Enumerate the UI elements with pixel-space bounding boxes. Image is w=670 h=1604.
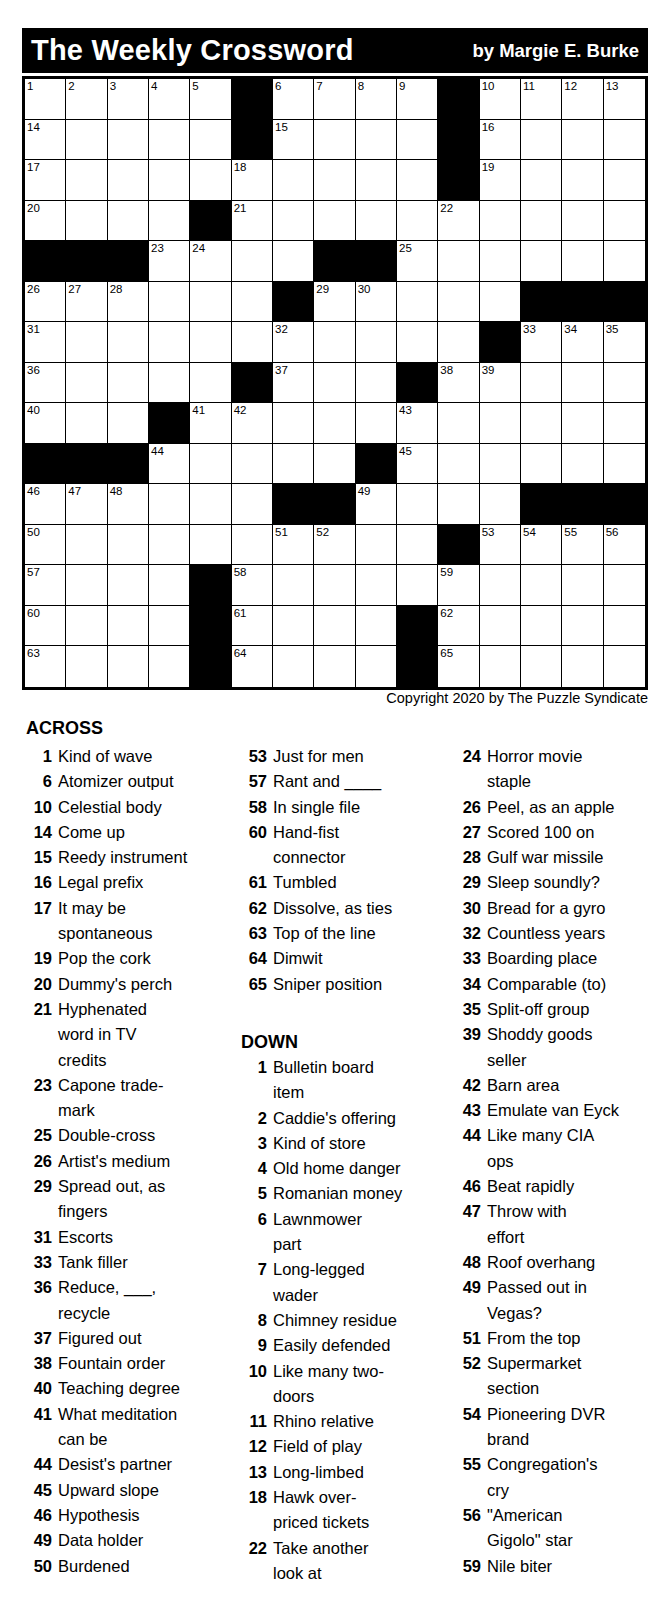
white-cell[interactable] (273, 565, 314, 606)
white-cell[interactable]: 44 (149, 444, 190, 485)
cell-number: 48 (110, 484, 123, 498)
white-cell[interactable] (149, 646, 190, 687)
white-cell[interactable] (108, 322, 149, 363)
clue-text: Bread for a gyro (487, 896, 605, 921)
white-cell[interactable] (66, 606, 107, 647)
clue-item: 8Chimney residue (241, 1308, 449, 1333)
white-cell[interactable] (397, 120, 438, 161)
white-cell[interactable]: 54 (521, 525, 562, 566)
clue-number: 13 (241, 1460, 267, 1485)
clue-item: 45Upward slope (26, 1478, 238, 1503)
white-cell[interactable] (108, 606, 149, 647)
clue-number: 42 (455, 1073, 481, 1098)
clue-item: 6Atomizer output (26, 769, 238, 794)
white-cell[interactable] (108, 120, 149, 161)
white-cell[interactable]: 5 (190, 79, 231, 120)
clue-text: Reduce, ___, recycle (58, 1275, 156, 1326)
white-cell[interactable] (108, 565, 149, 606)
clue-text: From the top (487, 1326, 581, 1351)
black-cell (397, 606, 438, 647)
cell-number: 50 (27, 525, 40, 539)
black-cell (562, 282, 603, 323)
white-cell[interactable] (521, 363, 562, 404)
black-cell (108, 241, 149, 282)
clue-item: 26Peel, as an apple (455, 795, 669, 820)
clue-number: 63 (241, 921, 267, 946)
white-cell[interactable] (562, 444, 603, 485)
white-cell[interactable] (232, 484, 273, 525)
white-cell[interactable] (108, 646, 149, 687)
white-cell[interactable]: 53 (480, 525, 521, 566)
white-cell[interactable]: 55 (562, 525, 603, 566)
white-cell[interactable]: 24 (190, 241, 231, 282)
clue-item: 38Fountain order (26, 1351, 238, 1376)
clue-text: Shoddy goods seller (487, 1022, 593, 1073)
white-cell[interactable] (314, 120, 355, 161)
cell-number: 37 (275, 363, 288, 377)
white-cell[interactable] (356, 525, 397, 566)
white-cell[interactable] (521, 160, 562, 201)
clue-item: 48Roof overhang (455, 1250, 669, 1275)
white-cell[interactable]: 60 (25, 606, 66, 647)
cell-number: 64 (234, 646, 247, 660)
clue-item: 65Sniper position (241, 972, 449, 997)
white-cell[interactable]: 38 (438, 363, 479, 404)
white-cell[interactable]: 51 (273, 525, 314, 566)
white-cell[interactable]: 49 (356, 484, 397, 525)
white-cell[interactable]: 25 (397, 241, 438, 282)
white-cell[interactable] (108, 403, 149, 444)
white-cell[interactable]: 39 (480, 363, 521, 404)
white-cell[interactable] (521, 241, 562, 282)
white-cell[interactable] (314, 160, 355, 201)
white-cell[interactable] (273, 160, 314, 201)
white-cell[interactable] (314, 201, 355, 242)
white-cell[interactable] (149, 201, 190, 242)
white-cell[interactable] (438, 241, 479, 282)
clue-item: 22Take another look at (241, 1536, 449, 1587)
white-cell[interactable] (604, 363, 645, 404)
white-cell[interactable]: 9 (397, 79, 438, 120)
white-cell[interactable]: 31 (25, 322, 66, 363)
white-cell[interactable] (397, 201, 438, 242)
white-cell[interactable] (604, 120, 645, 161)
white-cell[interactable] (149, 565, 190, 606)
white-cell[interactable]: 4 (149, 79, 190, 120)
white-cell[interactable] (438, 322, 479, 363)
white-cell[interactable] (273, 444, 314, 485)
cell-number: 25 (399, 241, 412, 255)
white-cell[interactable] (521, 606, 562, 647)
white-cell[interactable] (604, 646, 645, 687)
clue-number: 6 (241, 1207, 267, 1258)
black-cell (25, 444, 66, 485)
white-cell[interactable] (66, 565, 107, 606)
white-cell[interactable] (314, 322, 355, 363)
white-cell[interactable]: 34 (562, 322, 603, 363)
white-cell[interactable]: 37 (273, 363, 314, 404)
clue-text: Dimwit (273, 946, 323, 971)
white-cell[interactable]: 27 (66, 282, 107, 323)
white-cell[interactable]: 62 (438, 606, 479, 647)
clue-item: 31Escorts (26, 1225, 238, 1250)
white-cell[interactable] (356, 322, 397, 363)
clue-item: 24Horror movie staple (455, 744, 669, 795)
white-cell[interactable] (149, 525, 190, 566)
clue-number: 34 (455, 972, 481, 997)
clue-number: 5 (241, 1181, 267, 1206)
black-cell (521, 484, 562, 525)
white-cell[interactable]: 43 (397, 403, 438, 444)
white-cell[interactable] (232, 241, 273, 282)
white-cell[interactable] (604, 565, 645, 606)
clue-item: 27Scored 100 on (455, 820, 669, 845)
white-cell[interactable]: 8 (356, 79, 397, 120)
white-cell[interactable] (521, 403, 562, 444)
white-cell[interactable] (397, 160, 438, 201)
white-cell[interactable] (521, 565, 562, 606)
clue-item: 3Kind of store (241, 1131, 449, 1156)
white-cell[interactable] (356, 363, 397, 404)
clue-item: 28Gulf war missile (455, 845, 669, 870)
clue-item: 32Countless years (455, 921, 669, 946)
clue-text: Tumbled (273, 870, 337, 895)
white-cell[interactable]: 65 (438, 646, 479, 687)
white-cell[interactable] (562, 241, 603, 282)
white-cell[interactable]: 41 (190, 403, 231, 444)
white-cell[interactable] (562, 403, 603, 444)
white-cell[interactable] (356, 201, 397, 242)
clue-item: 58In single file (241, 795, 449, 820)
white-cell[interactable] (356, 565, 397, 606)
white-cell[interactable] (314, 565, 355, 606)
white-cell[interactable] (480, 444, 521, 485)
white-cell[interactable] (604, 403, 645, 444)
clue-number: 43 (455, 1098, 481, 1123)
white-cell[interactable] (604, 606, 645, 647)
clue-number: 33 (26, 1250, 52, 1275)
clue-item: 49Data holder (26, 1528, 238, 1553)
white-cell[interactable] (314, 606, 355, 647)
clue-text: Just for men (273, 744, 364, 769)
white-cell[interactable] (438, 484, 479, 525)
black-cell (190, 606, 231, 647)
clue-text: Come up (58, 820, 125, 845)
white-cell[interactable]: 12 (562, 79, 603, 120)
white-cell[interactable] (66, 201, 107, 242)
white-cell[interactable] (562, 363, 603, 404)
clue-number: 29 (455, 870, 481, 895)
white-cell[interactable]: 2 (66, 79, 107, 120)
white-cell[interactable]: 21 (232, 201, 273, 242)
white-cell[interactable] (66, 160, 107, 201)
white-cell[interactable]: 30 (356, 282, 397, 323)
clue-text: In single file (273, 795, 360, 820)
white-cell[interactable] (480, 241, 521, 282)
white-cell[interactable]: 6 (273, 79, 314, 120)
white-cell[interactable] (397, 565, 438, 606)
white-cell[interactable]: 1 (25, 79, 66, 120)
white-cell[interactable]: 57 (25, 565, 66, 606)
white-cell[interactable] (232, 322, 273, 363)
white-cell[interactable]: 11 (521, 79, 562, 120)
cell-number: 12 (564, 79, 577, 93)
clue-number: 61 (241, 870, 267, 895)
white-cell[interactable]: 18 (232, 160, 273, 201)
clue-number: 47 (455, 1199, 481, 1250)
white-cell[interactable] (190, 363, 231, 404)
clue-item: 41What meditation can be (26, 1402, 238, 1453)
black-cell (521, 282, 562, 323)
white-cell[interactable] (190, 444, 231, 485)
white-cell[interactable] (480, 565, 521, 606)
black-cell (438, 79, 479, 120)
white-cell[interactable] (356, 160, 397, 201)
white-cell[interactable]: 50 (25, 525, 66, 566)
white-cell[interactable] (273, 201, 314, 242)
cell-number: 38 (440, 363, 453, 377)
white-cell[interactable] (604, 201, 645, 242)
white-cell[interactable] (604, 444, 645, 485)
clue-item: 44Like many CIA ops (455, 1123, 669, 1174)
white-cell[interactable]: 22 (438, 201, 479, 242)
white-cell[interactable] (521, 120, 562, 161)
white-cell[interactable] (356, 646, 397, 687)
clue-number: 20 (26, 972, 52, 997)
white-cell[interactable]: 35 (604, 322, 645, 363)
clue-text: Top of the line (273, 921, 376, 946)
white-cell[interactable] (66, 120, 107, 161)
white-cell[interactable] (190, 484, 231, 525)
white-cell[interactable] (314, 403, 355, 444)
white-cell[interactable]: 63 (25, 646, 66, 687)
white-cell[interactable] (480, 484, 521, 525)
clue-text: It may be spontaneous (58, 896, 153, 947)
white-cell[interactable]: 13 (604, 79, 645, 120)
white-cell[interactable]: 3 (108, 79, 149, 120)
white-cell[interactable] (149, 282, 190, 323)
white-cell[interactable] (273, 646, 314, 687)
white-cell[interactable] (562, 606, 603, 647)
clue-item: 21Hyphenated word in TV credits (26, 997, 238, 1073)
crossword-grid[interactable]: 1234567891011121314151617181920212223242… (22, 76, 648, 690)
cell-number: 14 (27, 120, 40, 134)
black-cell (232, 363, 273, 404)
white-cell[interactable] (314, 444, 355, 485)
white-cell[interactable]: 17 (25, 160, 66, 201)
white-cell[interactable] (562, 646, 603, 687)
clue-item: 29Spread out, as fingers (26, 1174, 238, 1225)
white-cell[interactable]: 20 (25, 201, 66, 242)
white-cell[interactable]: 29 (314, 282, 355, 323)
white-cell[interactable]: 33 (521, 322, 562, 363)
white-cell[interactable] (190, 525, 231, 566)
white-cell[interactable]: 26 (25, 282, 66, 323)
white-cell[interactable] (356, 606, 397, 647)
cell-number: 46 (27, 484, 40, 498)
cell-number: 57 (27, 565, 40, 579)
white-cell[interactable] (604, 241, 645, 282)
white-cell[interactable]: 23 (149, 241, 190, 282)
cell-number: 53 (482, 525, 495, 539)
cell-number: 36 (27, 363, 40, 377)
clue-item: 54Pioneering DVR brand (455, 1402, 669, 1453)
white-cell[interactable]: 28 (108, 282, 149, 323)
white-cell[interactable] (562, 565, 603, 606)
white-cell[interactable]: 36 (25, 363, 66, 404)
across-clues-part1: 1Kind of wave6Atomizer output10Celestial… (26, 744, 238, 1579)
white-cell[interactable] (273, 241, 314, 282)
white-cell[interactable] (149, 322, 190, 363)
cell-number: 65 (440, 646, 453, 660)
white-cell[interactable] (66, 322, 107, 363)
white-cell[interactable] (480, 646, 521, 687)
clue-number: 38 (26, 1351, 52, 1376)
white-cell[interactable] (521, 646, 562, 687)
clue-item: 64Dimwit (241, 946, 449, 971)
clue-text: Celestial body (58, 795, 162, 820)
cell-number: 23 (151, 241, 164, 255)
clue-number: 2 (241, 1106, 267, 1131)
white-cell[interactable] (190, 160, 231, 201)
clue-item: 26Artist's medium (26, 1149, 238, 1174)
clue-number: 64 (241, 946, 267, 971)
white-cell[interactable] (149, 120, 190, 161)
clue-text: Kind of store (273, 1131, 366, 1156)
clue-number: 52 (455, 1351, 481, 1402)
white-cell[interactable] (397, 282, 438, 323)
white-cell[interactable] (273, 606, 314, 647)
white-cell[interactable] (108, 363, 149, 404)
clue-text: What meditation can be (58, 1402, 177, 1453)
black-cell (438, 160, 479, 201)
white-cell[interactable] (190, 120, 231, 161)
white-cell[interactable]: 40 (25, 403, 66, 444)
white-cell[interactable] (438, 282, 479, 323)
white-cell[interactable] (480, 606, 521, 647)
clue-number: 25 (26, 1123, 52, 1148)
black-cell (480, 322, 521, 363)
white-cell[interactable]: 56 (604, 525, 645, 566)
white-cell[interactable]: 47 (66, 484, 107, 525)
white-cell[interactable]: 52 (314, 525, 355, 566)
white-cell[interactable] (562, 120, 603, 161)
clue-number: 48 (455, 1250, 481, 1275)
white-cell[interactable] (273, 403, 314, 444)
white-cell[interactable]: 48 (108, 484, 149, 525)
clue-item: 44Desist's partner (26, 1452, 238, 1477)
white-cell[interactable] (438, 444, 479, 485)
black-cell (149, 403, 190, 444)
clue-number: 49 (455, 1275, 481, 1326)
clue-text: Emulate van Eyck (487, 1098, 619, 1123)
white-cell[interactable]: 45 (397, 444, 438, 485)
clue-item: 57Rant and ____ (241, 769, 449, 794)
white-cell[interactable] (232, 444, 273, 485)
white-cell[interactable] (397, 525, 438, 566)
white-cell[interactable]: 58 (232, 565, 273, 606)
clue-item: 34Comparable (to) (455, 972, 669, 997)
clue-text: Atomizer output (58, 769, 174, 794)
white-cell[interactable] (232, 525, 273, 566)
white-cell[interactable] (149, 606, 190, 647)
white-cell[interactable] (66, 646, 107, 687)
white-cell[interactable] (232, 282, 273, 323)
clue-number: 35 (455, 997, 481, 1022)
white-cell[interactable] (108, 160, 149, 201)
white-cell[interactable] (562, 160, 603, 201)
white-cell[interactable] (66, 525, 107, 566)
white-cell[interactable]: 7 (314, 79, 355, 120)
clue-item: 56"American Gigolo" star (455, 1503, 669, 1554)
white-cell[interactable]: 14 (25, 120, 66, 161)
title-bar: The Weekly Crossword by Margie E. Burke (22, 28, 648, 73)
white-cell[interactable] (521, 444, 562, 485)
white-cell[interactable]: 46 (25, 484, 66, 525)
white-cell[interactable] (190, 322, 231, 363)
white-cell[interactable] (356, 403, 397, 444)
white-cell[interactable]: 10 (480, 79, 521, 120)
white-cell[interactable]: 64 (232, 646, 273, 687)
white-cell[interactable] (190, 282, 231, 323)
black-cell (190, 565, 231, 606)
white-cell[interactable] (66, 363, 107, 404)
cell-number: 56 (606, 525, 619, 539)
cell-number: 10 (482, 79, 495, 93)
clue-text: Rhino relative (273, 1409, 374, 1434)
white-cell[interactable] (397, 322, 438, 363)
white-cell[interactable] (314, 363, 355, 404)
white-cell[interactable] (521, 201, 562, 242)
cell-number: 29 (316, 282, 329, 296)
white-cell[interactable] (108, 525, 149, 566)
white-cell[interactable] (108, 201, 149, 242)
white-cell[interactable] (480, 282, 521, 323)
clue-number: 40 (26, 1376, 52, 1401)
white-cell[interactable] (149, 363, 190, 404)
white-cell[interactable] (604, 160, 645, 201)
white-cell[interactable] (562, 201, 603, 242)
white-cell[interactable]: 32 (273, 322, 314, 363)
white-cell[interactable]: 16 (480, 120, 521, 161)
clue-number: 27 (455, 820, 481, 845)
clue-text: Roof overhang (487, 1250, 595, 1275)
clue-text: Rant and ____ (273, 769, 381, 794)
clue-text: Throw with effort (487, 1199, 567, 1250)
white-cell[interactable]: 61 (232, 606, 273, 647)
white-cell[interactable] (149, 160, 190, 201)
white-cell[interactable] (149, 484, 190, 525)
clue-item: 33Boarding place (455, 946, 669, 971)
white-cell[interactable]: 59 (438, 565, 479, 606)
cell-number: 21 (234, 201, 247, 215)
white-cell[interactable] (480, 403, 521, 444)
clue-item: 35Split-off group (455, 997, 669, 1022)
white-cell[interactable] (356, 120, 397, 161)
white-cell[interactable] (480, 201, 521, 242)
white-cell[interactable]: 42 (232, 403, 273, 444)
clue-text: Scored 100 on (487, 820, 594, 845)
clue-number: 6 (26, 769, 52, 794)
white-cell[interactable] (397, 484, 438, 525)
cell-number: 47 (68, 484, 81, 498)
white-cell[interactable] (314, 646, 355, 687)
white-cell[interactable] (66, 403, 107, 444)
clue-number: 8 (241, 1308, 267, 1333)
white-cell[interactable] (438, 403, 479, 444)
white-cell[interactable]: 19 (480, 160, 521, 201)
white-cell[interactable]: 15 (273, 120, 314, 161)
